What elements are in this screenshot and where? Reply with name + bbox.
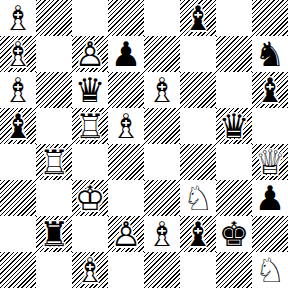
- piece-glyph: ♙: [111, 217, 141, 251]
- square-g3[interactable]: [216, 180, 252, 216]
- piece-glyph: ♗: [111, 109, 141, 143]
- square-c4[interactable]: [72, 144, 108, 180]
- square-a4[interactable]: [0, 144, 36, 180]
- square-f4[interactable]: [180, 144, 216, 180]
- square-e8[interactable]: [144, 0, 180, 36]
- square-h4[interactable]: ♛♕: [252, 144, 288, 180]
- square-h3[interactable]: ♟♟: [252, 180, 288, 216]
- piece-glyph: ♝: [183, 1, 213, 35]
- square-g8[interactable]: [216, 0, 252, 36]
- square-h2[interactable]: [252, 216, 288, 252]
- square-e5[interactable]: [144, 108, 180, 144]
- piece-glyph: ♖: [75, 109, 105, 143]
- square-d1[interactable]: [108, 252, 144, 288]
- piece-glyph: ♝: [255, 73, 285, 107]
- square-a7[interactable]: ♝♗: [0, 36, 36, 72]
- piece-black-king: ♚♚: [216, 216, 252, 252]
- piece-glyph: ♗: [3, 1, 33, 35]
- square-a5[interactable]: ♝♝: [0, 108, 36, 144]
- piece-white-bishop: ♝♗: [0, 72, 36, 108]
- piece-white-queen: ♛♕: [252, 144, 288, 180]
- square-f2[interactable]: ♝♝: [180, 216, 216, 252]
- square-d5[interactable]: ♝♗: [108, 108, 144, 144]
- square-f1[interactable]: [180, 252, 216, 288]
- square-h6[interactable]: ♝♝: [252, 72, 288, 108]
- square-c3[interactable]: ♚♔: [72, 180, 108, 216]
- square-b4[interactable]: ♜♖: [36, 144, 72, 180]
- piece-black-bishop: ♝♝: [0, 108, 36, 144]
- square-e1[interactable]: [144, 252, 180, 288]
- square-b2[interactable]: ♜♜: [36, 216, 72, 252]
- square-d6[interactable]: [108, 72, 144, 108]
- piece-glyph: ♚: [219, 217, 249, 251]
- square-h7[interactable]: ♞♞: [252, 36, 288, 72]
- square-h8[interactable]: [252, 0, 288, 36]
- piece-black-pawn: ♟♟: [108, 36, 144, 72]
- piece-black-pawn: ♟♟: [252, 180, 288, 216]
- square-d7[interactable]: ♟♟: [108, 36, 144, 72]
- piece-glyph: ♛: [219, 109, 249, 143]
- square-e4[interactable]: [144, 144, 180, 180]
- piece-glyph: ♘: [255, 253, 285, 287]
- piece-glyph: ♙: [75, 37, 105, 71]
- piece-glyph: ♛: [75, 73, 105, 107]
- chess-board: ♝♗♝♝♝♗♟♙♟♟♞♞♝♗♛♛♝♗♝♝♝♝♜♖♝♗♛♛♜♖♛♕♚♔♞♘♟♟♜♜…: [0, 0, 288, 288]
- piece-white-bishop: ♝♗: [144, 216, 180, 252]
- piece-glyph: ♗: [75, 253, 105, 287]
- piece-black-bishop: ♝♝: [180, 216, 216, 252]
- square-a1[interactable]: [0, 252, 36, 288]
- square-e2[interactable]: ♝♗: [144, 216, 180, 252]
- square-c8[interactable]: [72, 0, 108, 36]
- piece-glyph: ♝: [3, 109, 33, 143]
- piece-white-bishop: ♝♗: [0, 0, 36, 36]
- square-a2[interactable]: [0, 216, 36, 252]
- piece-white-pawn: ♟♙: [108, 216, 144, 252]
- piece-glyph: ♕: [255, 145, 285, 179]
- piece-white-bishop: ♝♗: [0, 36, 36, 72]
- square-c2[interactable]: [72, 216, 108, 252]
- square-c5[interactable]: ♜♖: [72, 108, 108, 144]
- piece-white-rook: ♜♖: [72, 108, 108, 144]
- piece-glyph: ♟: [111, 37, 141, 71]
- piece-glyph: ♟: [255, 181, 285, 215]
- square-a3[interactable]: [0, 180, 36, 216]
- square-f3[interactable]: ♞♘: [180, 180, 216, 216]
- square-d4[interactable]: [108, 144, 144, 180]
- square-b8[interactable]: [36, 0, 72, 36]
- square-g5[interactable]: ♛♛: [216, 108, 252, 144]
- square-g2[interactable]: ♚♚: [216, 216, 252, 252]
- square-f8[interactable]: ♝♝: [180, 0, 216, 36]
- piece-white-rook: ♜♖: [36, 144, 72, 180]
- square-b3[interactable]: [36, 180, 72, 216]
- square-e3[interactable]: [144, 180, 180, 216]
- piece-glyph: ♖: [39, 145, 69, 179]
- piece-glyph: ♞: [255, 37, 285, 71]
- piece-glyph: ♗: [3, 73, 33, 107]
- piece-white-knight: ♞♘: [180, 180, 216, 216]
- piece-black-queen: ♛♛: [216, 108, 252, 144]
- square-b5[interactable]: [36, 108, 72, 144]
- square-e7[interactable]: [144, 36, 180, 72]
- piece-black-bishop: ♝♝: [252, 72, 288, 108]
- piece-glyph: ♔: [75, 181, 105, 215]
- piece-white-king: ♚♔: [72, 180, 108, 216]
- square-f6[interactable]: [180, 72, 216, 108]
- piece-black-knight: ♞♞: [252, 36, 288, 72]
- piece-black-queen: ♛♛: [72, 72, 108, 108]
- piece-glyph: ♗: [147, 73, 177, 107]
- piece-glyph: ♘: [183, 181, 213, 215]
- square-g7[interactable]: [216, 36, 252, 72]
- square-f7[interactable]: [180, 36, 216, 72]
- square-g4[interactable]: [216, 144, 252, 180]
- square-b6[interactable]: [36, 72, 72, 108]
- square-g1[interactable]: [216, 252, 252, 288]
- square-a8[interactable]: ♝♗: [0, 0, 36, 36]
- square-h5[interactable]: [252, 108, 288, 144]
- piece-glyph: ♜: [39, 217, 69, 251]
- square-h1[interactable]: ♞♘: [252, 252, 288, 288]
- square-f5[interactable]: [180, 108, 216, 144]
- piece-glyph: ♝: [183, 217, 213, 251]
- piece-white-knight: ♞♘: [252, 252, 288, 288]
- square-e6[interactable]: ♝♗: [144, 72, 180, 108]
- square-c7[interactable]: ♟♙: [72, 36, 108, 72]
- square-c1[interactable]: ♝♗: [72, 252, 108, 288]
- piece-black-rook: ♜♜: [36, 216, 72, 252]
- square-c6[interactable]: ♛♛: [72, 72, 108, 108]
- piece-white-bishop: ♝♗: [108, 108, 144, 144]
- piece-glyph: ♗: [3, 37, 33, 71]
- piece-white-pawn: ♟♙: [72, 36, 108, 72]
- square-g6[interactable]: [216, 72, 252, 108]
- square-d8[interactable]: [108, 0, 144, 36]
- piece-glyph: ♗: [147, 217, 177, 251]
- square-d3[interactable]: [108, 180, 144, 216]
- piece-black-bishop: ♝♝: [180, 0, 216, 36]
- square-b1[interactable]: [36, 252, 72, 288]
- piece-white-bishop: ♝♗: [72, 252, 108, 288]
- piece-white-bishop: ♝♗: [144, 72, 180, 108]
- square-b7[interactable]: [36, 36, 72, 72]
- square-a6[interactable]: ♝♗: [0, 72, 36, 108]
- square-d2[interactable]: ♟♙: [108, 216, 144, 252]
